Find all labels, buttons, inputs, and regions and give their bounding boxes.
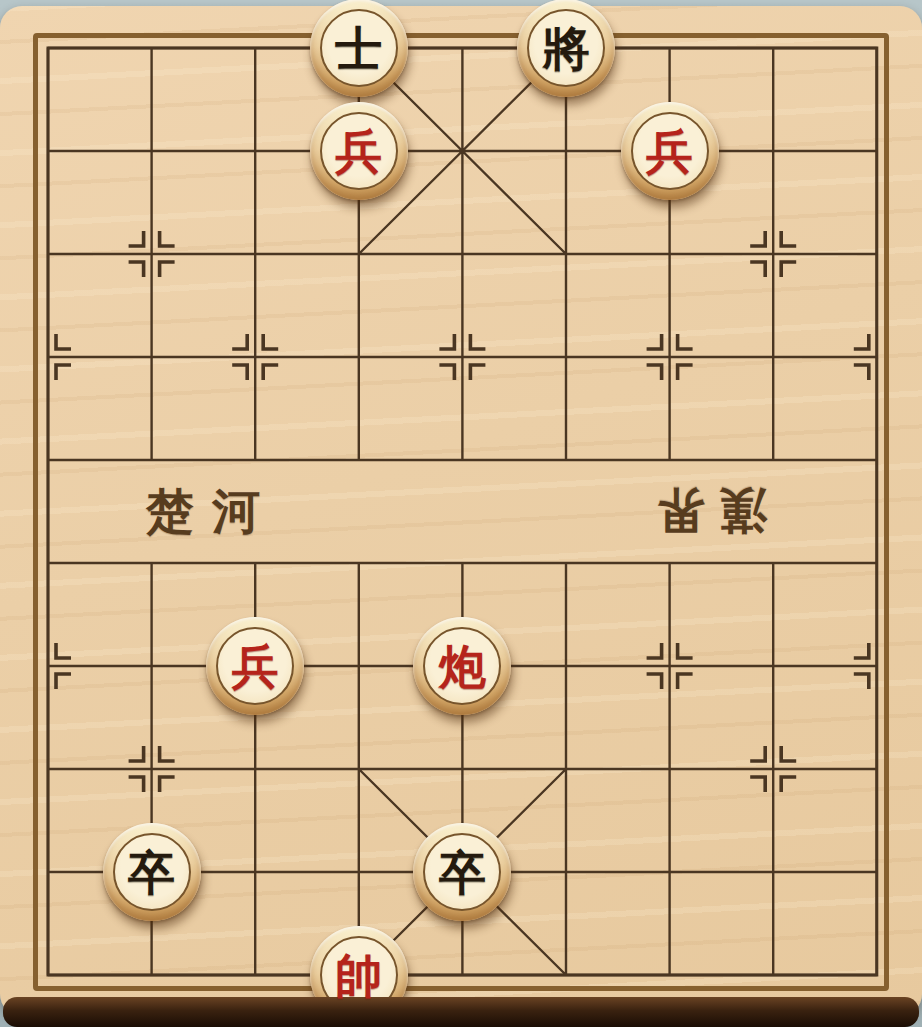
piece-red-soldier-1[interactable]: 兵 xyxy=(310,102,408,200)
piece-black-soldier-1[interactable]: 卒 xyxy=(103,823,201,921)
piece-char: 卒 xyxy=(439,849,486,896)
piece-red-soldier-2[interactable]: 兵 xyxy=(621,102,719,200)
board-cell: 卒 xyxy=(100,821,204,924)
board-cell: 炮 xyxy=(411,615,515,718)
board-cell: 兵 xyxy=(307,100,411,203)
piece-red-soldier-3[interactable]: 兵 xyxy=(206,617,304,715)
piece-char: 士 xyxy=(335,25,382,72)
piece-char: 兵 xyxy=(335,128,382,175)
board-bottom-edge xyxy=(3,997,919,1027)
piece-red-cannon[interactable]: 炮 xyxy=(413,617,511,715)
piece-black-advisor[interactable]: 士 xyxy=(310,0,408,97)
piece-char: 將 xyxy=(542,25,589,72)
board-cell: 將 xyxy=(514,0,618,100)
board-cell: 兵 xyxy=(203,615,307,718)
piece-black-soldier-2[interactable]: 卒 xyxy=(413,823,511,921)
piece-char: 兵 xyxy=(232,643,279,690)
board-cell: 卒 xyxy=(411,821,515,924)
xiangqi-board[interactable]: 楚河 漢界 士將兵兵兵炮卒卒帥 xyxy=(0,6,922,1016)
board-cell: 兵 xyxy=(618,100,722,203)
board-cell: 士 xyxy=(307,0,411,100)
piece-black-general[interactable]: 將 xyxy=(517,0,615,97)
piece-char: 炮 xyxy=(439,643,486,690)
piece-char: 帥 xyxy=(335,952,382,999)
piece-grid: 士將兵兵兵炮卒卒帥 xyxy=(0,0,922,1027)
piece-char: 卒 xyxy=(128,849,175,896)
piece-char: 兵 xyxy=(646,128,693,175)
